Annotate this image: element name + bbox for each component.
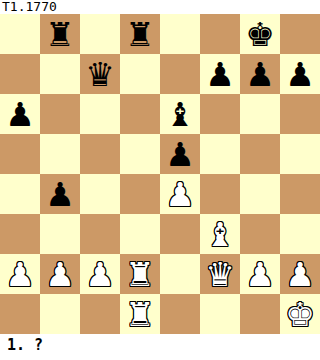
square-e5[interactable]: ♟ bbox=[160, 134, 200, 174]
square-a2[interactable]: ♟ bbox=[0, 254, 40, 294]
square-b4[interactable]: ♟ bbox=[40, 174, 80, 214]
square-e8[interactable] bbox=[160, 14, 200, 54]
square-f3[interactable]: ♝ bbox=[200, 214, 240, 254]
black-pawn: ♟ bbox=[40, 174, 80, 214]
square-d7[interactable] bbox=[120, 54, 160, 94]
square-a7[interactable] bbox=[0, 54, 40, 94]
white-pawn: ♟ bbox=[0, 254, 40, 294]
square-h3[interactable] bbox=[280, 214, 320, 254]
square-a5[interactable] bbox=[0, 134, 40, 174]
black-pawn: ♟ bbox=[0, 94, 40, 134]
square-e1[interactable] bbox=[160, 294, 200, 334]
square-a1[interactable] bbox=[0, 294, 40, 334]
square-g2[interactable]: ♟ bbox=[240, 254, 280, 294]
square-c1[interactable] bbox=[80, 294, 120, 334]
square-f8[interactable] bbox=[200, 14, 240, 54]
move-prompt: 1. ? bbox=[7, 336, 43, 354]
white-rook: ♜ bbox=[120, 294, 160, 334]
black-bishop: ♝ bbox=[160, 94, 200, 134]
puzzle-id: T1.1770 bbox=[2, 0, 57, 14]
square-d1[interactable]: ♜ bbox=[120, 294, 160, 334]
square-e2[interactable] bbox=[160, 254, 200, 294]
square-g3[interactable] bbox=[240, 214, 280, 254]
black-pawn: ♟ bbox=[200, 54, 240, 94]
square-a3[interactable] bbox=[0, 214, 40, 254]
square-b7[interactable] bbox=[40, 54, 80, 94]
square-g6[interactable] bbox=[240, 94, 280, 134]
square-c5[interactable] bbox=[80, 134, 120, 174]
black-rook: ♜ bbox=[40, 14, 80, 54]
square-c2[interactable]: ♟ bbox=[80, 254, 120, 294]
square-c6[interactable] bbox=[80, 94, 120, 134]
square-e4[interactable]: ♟ bbox=[160, 174, 200, 214]
square-h8[interactable] bbox=[280, 14, 320, 54]
square-e7[interactable] bbox=[160, 54, 200, 94]
square-f4[interactable] bbox=[200, 174, 240, 214]
square-d8[interactable]: ♜ bbox=[120, 14, 160, 54]
square-f2[interactable]: ♛ bbox=[200, 254, 240, 294]
white-rook: ♜ bbox=[120, 254, 160, 294]
square-f7[interactable]: ♟ bbox=[200, 54, 240, 94]
black-pawn: ♟ bbox=[280, 54, 320, 94]
square-g4[interactable] bbox=[240, 174, 280, 214]
white-pawn: ♟ bbox=[40, 254, 80, 294]
black-queen: ♛ bbox=[80, 54, 120, 94]
square-d5[interactable] bbox=[120, 134, 160, 174]
square-b3[interactable] bbox=[40, 214, 80, 254]
square-d3[interactable] bbox=[120, 214, 160, 254]
square-g7[interactable]: ♟ bbox=[240, 54, 280, 94]
square-f1[interactable] bbox=[200, 294, 240, 334]
square-h2[interactable]: ♟ bbox=[280, 254, 320, 294]
square-h1[interactable]: ♚ bbox=[280, 294, 320, 334]
square-a4[interactable] bbox=[0, 174, 40, 214]
white-pawn: ♟ bbox=[160, 174, 200, 214]
square-c7[interactable]: ♛ bbox=[80, 54, 120, 94]
square-h7[interactable]: ♟ bbox=[280, 54, 320, 94]
square-b1[interactable] bbox=[40, 294, 80, 334]
square-b2[interactable]: ♟ bbox=[40, 254, 80, 294]
white-queen: ♛ bbox=[200, 254, 240, 294]
black-pawn: ♟ bbox=[240, 54, 280, 94]
white-pawn: ♟ bbox=[240, 254, 280, 294]
square-d2[interactable]: ♜ bbox=[120, 254, 160, 294]
square-h4[interactable] bbox=[280, 174, 320, 214]
black-king: ♚ bbox=[240, 14, 280, 54]
square-a8[interactable] bbox=[0, 14, 40, 54]
black-pawn: ♟ bbox=[160, 134, 200, 174]
square-c3[interactable] bbox=[80, 214, 120, 254]
square-d4[interactable] bbox=[120, 174, 160, 214]
square-h5[interactable] bbox=[280, 134, 320, 174]
square-c8[interactable] bbox=[80, 14, 120, 54]
black-rook: ♜ bbox=[120, 14, 160, 54]
white-king: ♚ bbox=[280, 294, 320, 334]
square-e3[interactable] bbox=[160, 214, 200, 254]
square-a6[interactable]: ♟ bbox=[0, 94, 40, 134]
square-g5[interactable] bbox=[240, 134, 280, 174]
chess-board: ♜♜♚♛♟♟♟♟♝♟♟♟♝♟♟♟♜♛♟♟♜♚ bbox=[0, 14, 320, 334]
square-g1[interactable] bbox=[240, 294, 280, 334]
square-g8[interactable]: ♚ bbox=[240, 14, 280, 54]
square-f6[interactable] bbox=[200, 94, 240, 134]
square-c4[interactable] bbox=[80, 174, 120, 214]
square-b5[interactable] bbox=[40, 134, 80, 174]
white-bishop: ♝ bbox=[200, 214, 240, 254]
square-d6[interactable] bbox=[120, 94, 160, 134]
square-b8[interactable]: ♜ bbox=[40, 14, 80, 54]
square-f5[interactable] bbox=[200, 134, 240, 174]
square-h6[interactable] bbox=[280, 94, 320, 134]
white-pawn: ♟ bbox=[280, 254, 320, 294]
square-e6[interactable]: ♝ bbox=[160, 94, 200, 134]
white-pawn: ♟ bbox=[80, 254, 120, 294]
square-b6[interactable] bbox=[40, 94, 80, 134]
